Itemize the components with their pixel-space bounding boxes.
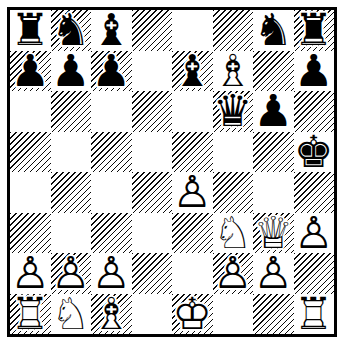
square-e8[interactable]: [172, 10, 213, 51]
piece-fill-layer: ♟: [294, 213, 335, 254]
square-c4[interactable]: [91, 172, 132, 213]
square-g7[interactable]: [253, 51, 294, 92]
piece-outline-layer: ♙: [51, 253, 92, 294]
square-d3[interactable]: [132, 213, 173, 254]
square-d6[interactable]: [132, 91, 173, 132]
square-b5[interactable]: [51, 132, 92, 173]
square-b2[interactable]: ♟♙: [51, 253, 92, 294]
piece-fill-layer: ♟: [213, 253, 254, 294]
piece-fill-layer: ♚: [172, 294, 213, 335]
white-knight-f3: ♞♘: [213, 213, 254, 254]
square-c2[interactable]: ♟♙: [91, 253, 132, 294]
piece-outline-layer: ♘: [51, 294, 92, 335]
black-king-h5: ♚: [294, 132, 335, 173]
piece-outline-layer: ♖: [294, 294, 335, 335]
square-f8[interactable]: [213, 10, 254, 51]
square-a4[interactable]: [10, 172, 51, 213]
square-d2[interactable]: [132, 253, 173, 294]
piece-fill-layer: ♟: [51, 253, 92, 294]
square-c7[interactable]: ♟: [91, 51, 132, 92]
piece-fill-layer: ♟: [91, 253, 132, 294]
square-h7[interactable]: ♟: [294, 51, 335, 92]
square-g1[interactable]: [253, 294, 294, 335]
square-a2[interactable]: ♟♙: [10, 253, 51, 294]
square-h1[interactable]: ♜♖: [294, 294, 335, 335]
square-f3[interactable]: ♞♘: [213, 213, 254, 254]
black-knight-g8: ♞: [253, 10, 294, 51]
piece-fill-layer: ♝: [91, 294, 132, 335]
white-king-e1: ♚♔: [172, 294, 213, 335]
square-a7[interactable]: ♟: [10, 51, 51, 92]
square-g2[interactable]: ♟♙: [253, 253, 294, 294]
white-rook-h1: ♜♖: [294, 294, 335, 335]
square-c8[interactable]: ♝: [91, 10, 132, 51]
square-h3[interactable]: ♟♙: [294, 213, 335, 254]
square-h8[interactable]: ♜: [294, 10, 335, 51]
piece-outline-layer: ♙: [294, 213, 335, 254]
white-rook-a1: ♜♖: [10, 294, 51, 335]
black-knight-b8: ♞: [51, 10, 92, 51]
square-h2[interactable]: [294, 253, 335, 294]
chess-diagram-page: ♜♞♝♞♜♟♟♟♝♝♗♟♛♟♚♟♙♞♘♛♕♟♙♟♙♟♙♟♙♟♙♟♙♜♖♞♘♝♗♚…: [0, 0, 350, 350]
square-g4[interactable]: [253, 172, 294, 213]
piece-outline-layer: ♙: [253, 253, 294, 294]
square-b4[interactable]: [51, 172, 92, 213]
square-a5[interactable]: [10, 132, 51, 173]
square-h6[interactable]: [294, 91, 335, 132]
piece-fill-layer: ♝: [213, 51, 254, 92]
piece-fill-layer: ♞: [213, 213, 254, 254]
square-f4[interactable]: [213, 172, 254, 213]
piece-outline-layer: ♗: [91, 294, 132, 335]
white-pawn-f2: ♟♙: [213, 253, 254, 294]
square-g3[interactable]: ♛♕: [253, 213, 294, 254]
piece-outline-layer: ♙: [213, 253, 254, 294]
square-a6[interactable]: [10, 91, 51, 132]
black-pawn-b7: ♟: [51, 51, 92, 92]
black-pawn-c7: ♟: [91, 51, 132, 92]
piece-fill-layer: ♟: [172, 172, 213, 213]
piece-fill-layer: ♟: [10, 253, 51, 294]
white-bishop-c1: ♝♗: [91, 294, 132, 335]
square-c5[interactable]: [91, 132, 132, 173]
piece-fill-layer: ♞: [51, 294, 92, 335]
white-bishop-f7: ♝♗: [213, 51, 254, 92]
black-bishop-e7: ♝: [172, 51, 213, 92]
black-rook-h8: ♜: [294, 10, 335, 51]
square-g8[interactable]: ♞: [253, 10, 294, 51]
piece-outline-layer: ♔: [172, 294, 213, 335]
square-e2[interactable]: [172, 253, 213, 294]
square-e7[interactable]: ♝: [172, 51, 213, 92]
piece-fill-layer: ♛: [253, 213, 294, 254]
white-pawn-c2: ♟♙: [91, 253, 132, 294]
black-pawn-g6: ♟: [253, 91, 294, 132]
white-pawn-g2: ♟♙: [253, 253, 294, 294]
square-e4[interactable]: ♟♙: [172, 172, 213, 213]
piece-outline-layer: ♕: [253, 213, 294, 254]
piece-outline-layer: ♘: [213, 213, 254, 254]
square-g5[interactable]: [253, 132, 294, 173]
white-pawn-h3: ♟♙: [294, 213, 335, 254]
piece-fill-layer: ♜: [10, 294, 51, 335]
black-queen-f6: ♛: [213, 91, 254, 132]
square-d1[interactable]: [132, 294, 173, 335]
square-c1[interactable]: ♝♗: [91, 294, 132, 335]
square-a8[interactable]: ♜: [10, 10, 51, 51]
piece-outline-layer: ♗: [213, 51, 254, 92]
black-bishop-c8: ♝: [91, 10, 132, 51]
black-pawn-a7: ♟: [10, 51, 51, 92]
piece-outline-layer: ♙: [91, 253, 132, 294]
square-g6[interactable]: ♟: [253, 91, 294, 132]
square-d4[interactable]: [132, 172, 173, 213]
square-b7[interactable]: ♟: [51, 51, 92, 92]
square-a1[interactable]: ♜♖: [10, 294, 51, 335]
square-e6[interactable]: [172, 91, 213, 132]
chess-board: ♜♞♝♞♜♟♟♟♝♝♗♟♛♟♚♟♙♞♘♛♕♟♙♟♙♟♙♟♙♟♙♟♙♜♖♞♘♝♗♚…: [7, 7, 337, 337]
piece-fill-layer: ♜: [294, 294, 335, 335]
square-e5[interactable]: [172, 132, 213, 173]
square-b8[interactable]: ♞: [51, 10, 92, 51]
square-c3[interactable]: [91, 213, 132, 254]
square-f7[interactable]: ♝♗: [213, 51, 254, 92]
square-a3[interactable]: [10, 213, 51, 254]
square-b6[interactable]: [51, 91, 92, 132]
piece-outline-layer: ♙: [172, 172, 213, 213]
piece-outline-layer: ♙: [10, 253, 51, 294]
piece-outline-layer: ♖: [10, 294, 51, 335]
square-h4[interactable]: [294, 172, 335, 213]
square-d5[interactable]: [132, 132, 173, 173]
piece-fill-layer: ♟: [253, 253, 294, 294]
white-knight-b1: ♞♘: [51, 294, 92, 335]
square-d8[interactable]: [132, 10, 173, 51]
square-d7[interactable]: [132, 51, 173, 92]
square-e1[interactable]: ♚♔: [172, 294, 213, 335]
white-pawn-a2: ♟♙: [10, 253, 51, 294]
square-f1[interactable]: [213, 294, 254, 335]
square-f5[interactable]: [213, 132, 254, 173]
square-c6[interactable]: [91, 91, 132, 132]
black-pawn-h7: ♟: [294, 51, 335, 92]
square-h5[interactable]: ♚: [294, 132, 335, 173]
square-f2[interactable]: ♟♙: [213, 253, 254, 294]
white-queen-g3: ♛♕: [253, 213, 294, 254]
white-pawn-e4: ♟♙: [172, 172, 213, 213]
square-b3[interactable]: [51, 213, 92, 254]
square-e3[interactable]: [172, 213, 213, 254]
white-pawn-b2: ♟♙: [51, 253, 92, 294]
square-b1[interactable]: ♞♘: [51, 294, 92, 335]
black-rook-a8: ♜: [10, 10, 51, 51]
square-f6[interactable]: ♛: [213, 91, 254, 132]
